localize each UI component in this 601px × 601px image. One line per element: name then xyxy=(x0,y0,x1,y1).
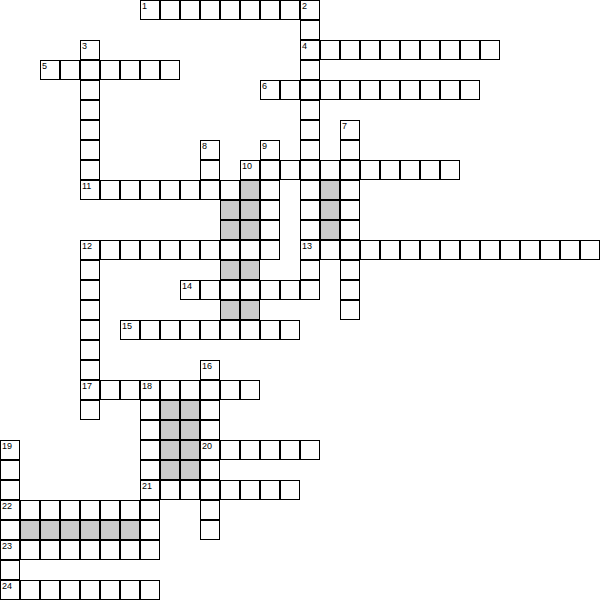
crossword-cell[interactable] xyxy=(420,160,440,180)
crossword-cell[interactable] xyxy=(360,160,380,180)
crossword-cell[interactable] xyxy=(280,160,300,180)
crossword-cell[interactable] xyxy=(140,440,160,460)
crossword-cell[interactable] xyxy=(140,240,160,260)
crossword-cell[interactable] xyxy=(200,500,220,520)
shaded-cell[interactable] xyxy=(240,300,260,320)
shaded-cell[interactable] xyxy=(320,220,340,240)
crossword-cell[interactable] xyxy=(440,80,460,100)
crossword-cell[interactable] xyxy=(200,520,220,540)
crossword-cell[interactable] xyxy=(80,320,100,340)
clue-number: 16 xyxy=(202,362,212,371)
crossword-cell[interactable] xyxy=(120,580,140,600)
crossword-cell[interactable] xyxy=(100,380,120,400)
crossword-cell[interactable] xyxy=(140,580,160,600)
crossword-cell[interactable] xyxy=(220,480,240,500)
clue-number: 13 xyxy=(302,242,312,251)
crossword-cell[interactable] xyxy=(300,100,320,120)
clue-number: 7 xyxy=(342,122,347,131)
crossword-cell[interactable] xyxy=(440,160,460,180)
crossword-cell[interactable] xyxy=(60,540,80,560)
clue-number: 19 xyxy=(2,442,12,451)
crossword-cell[interactable] xyxy=(20,500,40,520)
clue-number: 5 xyxy=(42,62,47,71)
shaded-cell[interactable] xyxy=(220,200,240,220)
crossword-cell[interactable] xyxy=(80,300,100,320)
crossword-cell[interactable] xyxy=(40,580,60,600)
crossword-cell[interactable] xyxy=(180,380,200,400)
crossword-cell[interactable] xyxy=(180,240,200,260)
crossword-cell[interactable] xyxy=(480,40,500,60)
clue-number: 21 xyxy=(142,482,152,491)
crossword-cell[interactable] xyxy=(160,180,180,200)
crossword-cell[interactable] xyxy=(320,160,340,180)
crossword-cell[interactable] xyxy=(340,260,360,280)
crossword-cell[interactable] xyxy=(200,400,220,420)
crossword-cell[interactable] xyxy=(120,180,140,200)
clue-number: 2 xyxy=(302,2,307,11)
clue-number: 18 xyxy=(142,382,152,391)
clue-number: 12 xyxy=(82,242,92,251)
crossword-cell[interactable] xyxy=(200,420,220,440)
crossword-cell[interactable] xyxy=(40,500,60,520)
crossword-cell[interactable] xyxy=(80,400,100,420)
crossword-cell[interactable] xyxy=(460,80,480,100)
clue-number: 3 xyxy=(82,42,87,51)
crossword-cell[interactable] xyxy=(540,240,560,260)
crossword-cell[interactable] xyxy=(220,240,240,260)
crossword-cell[interactable] xyxy=(220,380,240,400)
crossword-cell[interactable] xyxy=(80,580,100,600)
crossword-cell[interactable] xyxy=(100,240,120,260)
crossword-cell[interactable] xyxy=(60,500,80,520)
crossword-cell[interactable] xyxy=(460,240,480,260)
crossword-cell[interactable] xyxy=(380,80,400,100)
crossword-cell[interactable] xyxy=(460,40,480,60)
clue-number: 6 xyxy=(262,82,267,91)
crossword-cell[interactable] xyxy=(0,560,20,580)
crossword-cell[interactable] xyxy=(140,320,160,340)
shaded-cell[interactable] xyxy=(180,440,200,460)
crossword-cell[interactable] xyxy=(260,480,280,500)
crossword-cell[interactable] xyxy=(60,60,80,80)
clue-number: 22 xyxy=(2,502,12,511)
clue-number: 14 xyxy=(182,282,192,291)
clue-number: 1 xyxy=(142,2,147,11)
crossword-cell[interactable] xyxy=(120,380,140,400)
crossword-cell[interactable] xyxy=(140,180,160,200)
crossword-cell[interactable] xyxy=(240,0,260,20)
crossword-cell[interactable] xyxy=(140,520,160,540)
crossword-cell[interactable] xyxy=(580,240,600,260)
crossword-cell[interactable] xyxy=(0,520,20,540)
crossword-cell[interactable] xyxy=(240,320,260,340)
crossword-cell[interactable] xyxy=(200,0,220,20)
crossword-cell[interactable] xyxy=(260,320,280,340)
shaded-cell[interactable] xyxy=(80,520,100,540)
crossword-cell[interactable] xyxy=(80,340,100,360)
clue-number: 9 xyxy=(262,142,267,151)
shaded-cell[interactable] xyxy=(320,200,340,220)
crossword-cell[interactable] xyxy=(200,180,220,200)
crossword-cell[interactable] xyxy=(560,240,580,260)
shaded-cell[interactable] xyxy=(180,420,200,440)
clue-number: 17 xyxy=(82,382,92,391)
crossword-cell[interactable] xyxy=(0,480,20,500)
crossword-cell[interactable] xyxy=(300,220,320,240)
crossword-cell[interactable] xyxy=(160,380,180,400)
crossword-cell[interactable] xyxy=(280,480,300,500)
crossword-cell[interactable] xyxy=(300,120,320,140)
crossword-cell[interactable] xyxy=(380,240,400,260)
shaded-cell[interactable] xyxy=(320,180,340,200)
crossword-cell[interactable] xyxy=(100,540,120,560)
crossword-cell[interactable] xyxy=(240,380,260,400)
crossword-cell[interactable] xyxy=(260,200,280,220)
shaded-cell[interactable] xyxy=(160,440,180,460)
crossword-cell[interactable] xyxy=(340,80,360,100)
crossword-cell[interactable] xyxy=(140,460,160,480)
clue-number: 11 xyxy=(82,182,91,191)
crossword-cell[interactable] xyxy=(220,280,240,300)
crossword-cell[interactable] xyxy=(320,240,340,260)
crossword-cell[interactable] xyxy=(180,0,200,20)
crossword-cell[interactable] xyxy=(360,240,380,260)
crossword-cell[interactable] xyxy=(240,480,260,500)
crossword-cell[interactable] xyxy=(140,540,160,560)
crossword-cell[interactable] xyxy=(200,480,220,500)
crossword-cell[interactable] xyxy=(360,80,380,100)
crossword-cell[interactable] xyxy=(420,240,440,260)
clue-number: 23 xyxy=(2,542,12,551)
crossword-cell[interactable] xyxy=(360,40,380,60)
crossword-cell[interactable] xyxy=(80,160,100,180)
crossword-cell[interactable] xyxy=(80,80,100,100)
crossword-cell[interactable] xyxy=(80,280,100,300)
shaded-cell[interactable] xyxy=(220,260,240,280)
crossword-cell[interactable] xyxy=(0,460,20,480)
shaded-cell[interactable] xyxy=(240,200,260,220)
crossword-cell[interactable] xyxy=(240,240,260,260)
crossword-cell[interactable] xyxy=(140,500,160,520)
crossword-cell[interactable] xyxy=(220,180,240,200)
crossword-cell[interactable] xyxy=(400,40,420,60)
crossword-cell[interactable] xyxy=(420,80,440,100)
crossword-cell[interactable] xyxy=(180,180,200,200)
crossword-cell[interactable] xyxy=(80,100,100,120)
shaded-cell[interactable] xyxy=(240,260,260,280)
shaded-cell[interactable] xyxy=(240,180,260,200)
crossword-cell[interactable] xyxy=(80,360,100,380)
clue-number: 8 xyxy=(202,142,207,151)
clue-number: 15 xyxy=(122,322,132,331)
crossword-cell[interactable] xyxy=(160,320,180,340)
crossword-cell[interactable] xyxy=(260,160,280,180)
crossword-cell[interactable] xyxy=(200,280,220,300)
crossword-cell[interactable] xyxy=(320,40,340,60)
crossword-cell[interactable] xyxy=(180,320,200,340)
crossword-cell[interactable] xyxy=(260,180,280,200)
crossword-cell[interactable] xyxy=(200,240,220,260)
crossword-cell[interactable] xyxy=(160,480,180,500)
crossword-cell[interactable] xyxy=(100,500,120,520)
crossword-cell[interactable] xyxy=(160,240,180,260)
shaded-cell[interactable] xyxy=(60,520,80,540)
crossword-cell[interactable] xyxy=(520,240,540,260)
crossword-cell[interactable] xyxy=(340,240,360,260)
crossword-cell[interactable] xyxy=(100,180,120,200)
crossword-cell[interactable] xyxy=(340,200,360,220)
crossword-cell[interactable] xyxy=(280,320,300,340)
crossword-cell[interactable] xyxy=(480,240,500,260)
crossword-cell[interactable] xyxy=(160,0,180,20)
shaded-cell[interactable] xyxy=(180,400,200,420)
crossword-cell[interactable] xyxy=(260,0,280,20)
crossword-cell[interactable] xyxy=(80,500,100,520)
shaded-cell[interactable] xyxy=(20,520,40,540)
shaded-cell[interactable] xyxy=(160,460,180,480)
shaded-cell[interactable] xyxy=(40,520,60,540)
crossword-cell[interactable] xyxy=(80,120,100,140)
crossword-cell[interactable] xyxy=(280,0,300,20)
crossword-cell[interactable] xyxy=(340,180,360,200)
crossword-cell[interactable] xyxy=(300,440,320,460)
crossword-cell[interactable] xyxy=(300,20,320,40)
crossword-cell[interactable] xyxy=(340,220,360,240)
shaded-cell[interactable] xyxy=(240,220,260,240)
crossword-cell[interactable] xyxy=(220,0,240,20)
crossword-cell[interactable] xyxy=(340,280,360,300)
crossword-cell[interactable] xyxy=(20,580,40,600)
crossword-cell[interactable] xyxy=(220,320,240,340)
crossword-grid: 123456789101112131415161718192021222324 xyxy=(0,0,601,601)
crossword-cell[interactable] xyxy=(440,40,460,60)
shaded-cell[interactable] xyxy=(180,460,200,480)
crossword-cell[interactable] xyxy=(340,140,360,160)
crossword-cell[interactable] xyxy=(340,300,360,320)
crossword-cell[interactable] xyxy=(60,580,80,600)
crossword-cell[interactable] xyxy=(140,400,160,420)
crossword-cell[interactable] xyxy=(140,60,160,80)
clue-number: 20 xyxy=(202,442,212,451)
crossword-cell[interactable] xyxy=(20,540,40,560)
crossword-cell[interactable] xyxy=(180,480,200,500)
crossword-cell[interactable] xyxy=(160,60,180,80)
crossword-cell[interactable] xyxy=(380,160,400,180)
crossword-cell[interactable] xyxy=(340,40,360,60)
crossword-cell[interactable] xyxy=(100,580,120,600)
crossword-cell[interactable] xyxy=(120,240,140,260)
crossword-cell[interactable] xyxy=(300,160,320,180)
crossword-cell[interactable] xyxy=(260,280,280,300)
clue-number: 4 xyxy=(302,42,307,51)
crossword-cell[interactable] xyxy=(300,140,320,160)
crossword-cell[interactable] xyxy=(200,460,220,480)
crossword-cell[interactable] xyxy=(120,60,140,80)
crossword-cell[interactable] xyxy=(280,440,300,460)
crossword-cell[interactable] xyxy=(240,280,260,300)
shaded-cell[interactable] xyxy=(160,420,180,440)
shaded-cell[interactable] xyxy=(160,400,180,420)
crossword-cell[interactable] xyxy=(300,200,320,220)
crossword-cell[interactable] xyxy=(200,380,220,400)
crossword-cell[interactable] xyxy=(140,420,160,440)
crossword-cell[interactable] xyxy=(280,280,300,300)
crossword-cell[interactable] xyxy=(120,500,140,520)
crossword-cell[interactable] xyxy=(80,540,100,560)
crossword-cell[interactable] xyxy=(280,80,300,100)
crossword-cell[interactable] xyxy=(400,160,420,180)
shaded-cell[interactable] xyxy=(220,300,240,320)
crossword-cell[interactable] xyxy=(80,260,100,280)
crossword-cell[interactable] xyxy=(260,240,280,260)
crossword-cell[interactable] xyxy=(240,440,260,460)
crossword-cell[interactable] xyxy=(120,540,140,560)
clue-number: 10 xyxy=(242,162,252,171)
shaded-cell[interactable] xyxy=(100,520,120,540)
crossword-cell[interactable] xyxy=(340,160,360,180)
crossword-cell[interactable] xyxy=(200,320,220,340)
crossword-cell[interactable] xyxy=(300,280,320,300)
crossword-cell[interactable] xyxy=(260,220,280,240)
clue-number: 24 xyxy=(2,582,12,591)
crossword-cell[interactable] xyxy=(260,440,280,460)
crossword-cell[interactable] xyxy=(420,40,440,60)
crossword-cell[interactable] xyxy=(500,240,520,260)
crossword-cell[interactable] xyxy=(300,60,320,80)
crossword-cell[interactable] xyxy=(200,160,220,180)
crossword-cell[interactable] xyxy=(220,440,240,460)
crossword-cell[interactable] xyxy=(80,60,100,80)
shaded-cell[interactable] xyxy=(120,520,140,540)
crossword-cell[interactable] xyxy=(80,140,100,160)
crossword-cell[interactable] xyxy=(300,180,320,200)
crossword-cell[interactable] xyxy=(100,60,120,80)
crossword-cell[interactable] xyxy=(320,80,340,100)
crossword-cell[interactable] xyxy=(300,260,320,280)
crossword-cell[interactable] xyxy=(400,80,420,100)
crossword-cell[interactable] xyxy=(440,240,460,260)
crossword-cell[interactable] xyxy=(380,40,400,60)
crossword-cell[interactable] xyxy=(400,240,420,260)
shaded-cell[interactable] xyxy=(220,220,240,240)
crossword-cell[interactable] xyxy=(40,540,60,560)
crossword-cell[interactable] xyxy=(300,80,320,100)
